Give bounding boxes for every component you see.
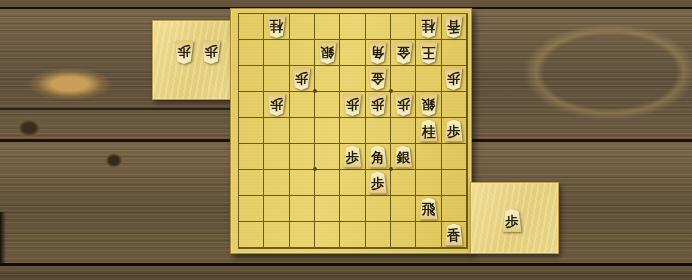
board-cell[interactable]: [315, 144, 340, 170]
board-cell[interactable]: [366, 222, 391, 248]
board-cell[interactable]: [239, 144, 264, 170]
shogi-piece[interactable]: 角: [368, 146, 387, 168]
board-cell[interactable]: [442, 144, 467, 170]
piece-body: 歩: [174, 41, 194, 64]
board-cell[interactable]: [442, 92, 467, 118]
board-cell[interactable]: [264, 66, 289, 92]
board-cell[interactable]: [366, 118, 391, 144]
shogi-piece[interactable]: 香: [444, 224, 463, 246]
board-cell[interactable]: [391, 66, 416, 92]
shogi-piece[interactable]: 銀: [318, 42, 337, 64]
piece-kanji: 歩: [396, 97, 410, 111]
board-cell[interactable]: 歩: [442, 66, 467, 92]
wood-knot: [104, 152, 124, 169]
piece-body: 歩: [201, 41, 221, 64]
board-cell[interactable]: [264, 144, 289, 170]
board-cell[interactable]: 銀: [315, 40, 340, 66]
board-cell[interactable]: 歩: [366, 170, 391, 196]
shogi-piece[interactable]: 歩: [444, 68, 463, 90]
board-cell[interactable]: 香: [442, 222, 467, 248]
board-cell[interactable]: [442, 196, 467, 222]
piece-kanji: 歩: [447, 71, 461, 85]
star-point: [313, 89, 317, 93]
shogi-piece[interactable]: 歩: [174, 41, 194, 64]
piece-body: 銀: [318, 42, 337, 64]
piece-kanji: 歩: [204, 45, 218, 59]
piece-body: 歩: [368, 172, 387, 194]
piece-body: 香: [444, 224, 463, 246]
shogi-piece[interactable]: 金: [368, 68, 387, 90]
board-cell[interactable]: [340, 40, 365, 66]
board-cell[interactable]: [290, 196, 315, 222]
board-cell[interactable]: [315, 66, 340, 92]
piece-kanji: 歩: [346, 97, 360, 111]
shogi-piece[interactable]: 香: [444, 16, 463, 38]
plank-seam: [0, 108, 230, 110]
piece-body: 歩: [444, 68, 463, 90]
board-cell[interactable]: [239, 14, 264, 40]
board-cell[interactable]: 桂: [416, 14, 441, 40]
piece-body: 歩: [368, 94, 387, 116]
star-point: [313, 167, 317, 171]
board-cell[interactable]: 歩: [290, 66, 315, 92]
board-cell[interactable]: [290, 118, 315, 144]
board-cell[interactable]: [290, 92, 315, 118]
board-cell[interactable]: 銀: [416, 92, 441, 118]
board-cell[interactable]: [391, 196, 416, 222]
board-cell[interactable]: 桂: [264, 14, 289, 40]
piece-kanji: 角: [371, 151, 385, 165]
shogi-piece[interactable]: 歩: [343, 94, 362, 116]
piece-kanji: 香: [447, 229, 461, 243]
board-cell[interactable]: [290, 170, 315, 196]
shogi-piece[interactable]: 歩: [444, 120, 463, 142]
shogi-piece[interactable]: 歩: [201, 41, 221, 64]
shogi-piece[interactable]: 飛: [419, 198, 438, 220]
piece-kanji: 桂: [422, 125, 436, 139]
piece-kanji: 歩: [447, 125, 461, 139]
shogi-piece[interactable]: 桂: [419, 120, 438, 142]
piece-kanji: 金: [396, 45, 410, 59]
shogi-piece[interactable]: 歩: [292, 68, 311, 90]
board-cell[interactable]: [416, 222, 441, 248]
board-cell[interactable]: [264, 170, 289, 196]
piece-kanji: 桂: [270, 19, 284, 33]
board-cell[interactable]: [290, 40, 315, 66]
board-cell[interactable]: [264, 118, 289, 144]
board-cell[interactable]: 歩: [391, 92, 416, 118]
piece-kanji: 飛: [422, 203, 436, 217]
piece-kanji: 歩: [371, 97, 385, 111]
piece-body: 桂: [419, 16, 438, 38]
board-cell[interactable]: [290, 222, 315, 248]
star-point: [389, 89, 393, 93]
piece-body: 香: [444, 16, 463, 38]
piece-body: 角: [368, 146, 387, 168]
piece-kanji: 歩: [177, 45, 191, 59]
board-cell[interactable]: [315, 14, 340, 40]
board-cell[interactable]: [340, 14, 365, 40]
plank-gap-shadow: [0, 212, 6, 263]
shogi-piece[interactable]: 銀: [394, 146, 413, 168]
board-cell[interactable]: 角: [366, 144, 391, 170]
shogi-piece[interactable]: 歩: [368, 94, 387, 116]
piece-body: 王: [419, 42, 438, 64]
board-cell[interactable]: [340, 196, 365, 222]
piece-kanji: 桂: [422, 19, 436, 33]
piece-body: 歩: [394, 94, 413, 116]
board-cell[interactable]: [391, 222, 416, 248]
gote-hand-pieces: 歩歩: [174, 41, 221, 64]
piece-kanji: 金: [371, 71, 385, 85]
board-cell[interactable]: [239, 118, 264, 144]
piece-kanji: 角: [371, 45, 385, 59]
piece-body: 桂: [267, 16, 286, 38]
board-grid: 桂桂香銀角金王歩金歩歩歩歩歩銀桂歩歩角銀歩飛香: [238, 13, 468, 249]
shogi-piece[interactable]: 桂: [267, 16, 286, 38]
shogi-board: 桂桂香銀角金王歩金歩歩歩歩歩銀桂歩歩角銀歩飛香: [230, 8, 472, 254]
board-cell[interactable]: 歩: [264, 92, 289, 118]
wood-grain-swirl: [520, 22, 692, 122]
piece-body: 歩: [343, 94, 362, 116]
piece-body: 歩: [292, 68, 311, 90]
shogi-piece[interactable]: 歩: [343, 146, 362, 168]
shogi-piece[interactable]: 銀: [419, 94, 438, 116]
piece-body: 銀: [394, 146, 413, 168]
board-cell[interactable]: [442, 170, 467, 196]
piece-kanji: 銀: [396, 151, 410, 165]
table-plank: [0, 263, 692, 280]
board-cell[interactable]: 金: [366, 66, 391, 92]
board-cell[interactable]: [340, 170, 365, 196]
board-cell[interactable]: [391, 118, 416, 144]
piece-body: 飛: [419, 198, 438, 220]
board-cell[interactable]: [239, 92, 264, 118]
board-cell[interactable]: 王: [416, 40, 441, 66]
board-cell[interactable]: [366, 14, 391, 40]
shogi-piece[interactable]: 桂: [419, 16, 438, 38]
piece-kanji: 銀: [422, 97, 436, 111]
board-cell[interactable]: [442, 40, 467, 66]
board-cell[interactable]: [239, 66, 264, 92]
sente-komadai: 歩: [470, 182, 559, 254]
board-cell[interactable]: [239, 40, 264, 66]
board-cell[interactable]: [290, 14, 315, 40]
piece-kanji: 香: [447, 19, 461, 33]
board-cell[interactable]: [340, 66, 365, 92]
piece-body: 歩: [444, 120, 463, 142]
piece-body: 金: [368, 68, 387, 90]
star-point: [389, 167, 393, 171]
gote-komadai: 歩歩: [152, 20, 234, 100]
board-cell[interactable]: [366, 196, 391, 222]
table-surface: { "game": "shogi", "position": { "sfen":…: [0, 0, 692, 280]
sente-hand-pieces: 歩: [502, 209, 522, 232]
board-cell[interactable]: [315, 196, 340, 222]
board-cell[interactable]: 歩: [366, 92, 391, 118]
board-cell[interactable]: [264, 40, 289, 66]
board-cell[interactable]: 歩: [340, 92, 365, 118]
piece-body: 角: [368, 42, 387, 64]
shogi-piece[interactable]: 王: [419, 42, 438, 64]
board-cell[interactable]: [416, 66, 441, 92]
piece-kanji: 王: [422, 45, 436, 59]
board-cell[interactable]: [239, 222, 264, 248]
board-cell[interactable]: 角: [366, 40, 391, 66]
shogi-piece[interactable]: 歩: [267, 94, 286, 116]
board-cell[interactable]: 香: [442, 14, 467, 40]
shogi-piece[interactable]: 歩: [368, 172, 387, 194]
board-cell[interactable]: 飛: [416, 196, 441, 222]
board-cell[interactable]: [391, 14, 416, 40]
piece-body: 歩: [502, 209, 522, 232]
piece-kanji: 歩: [346, 151, 360, 165]
board-cell[interactable]: [340, 118, 365, 144]
shogi-piece[interactable]: 角: [368, 42, 387, 64]
piece-kanji: 歩: [505, 215, 519, 229]
piece-body: 歩: [343, 146, 362, 168]
board-cell[interactable]: [315, 222, 340, 248]
piece-kanji: 歩: [295, 71, 309, 85]
piece-body: 金: [394, 42, 413, 64]
piece-kanji: 銀: [320, 45, 334, 59]
board-cell[interactable]: 銀: [391, 144, 416, 170]
board-cell[interactable]: 歩: [340, 144, 365, 170]
piece-body: 歩: [267, 94, 286, 116]
shogi-piece[interactable]: 金: [394, 42, 413, 64]
board-cell[interactable]: [315, 92, 340, 118]
board-cell[interactable]: [416, 144, 441, 170]
shogi-piece[interactable]: 歩: [502, 209, 522, 232]
board-cell[interactable]: [340, 222, 365, 248]
board-cell[interactable]: [416, 170, 441, 196]
board-cell[interactable]: [391, 170, 416, 196]
wood-knot: [16, 118, 42, 138]
board-cell[interactable]: [264, 196, 289, 222]
board-cell[interactable]: [239, 196, 264, 222]
board-cell[interactable]: [239, 170, 264, 196]
piece-body: 桂: [419, 120, 438, 142]
piece-body: 銀: [419, 94, 438, 116]
board-cell[interactable]: 歩: [442, 118, 467, 144]
board-cell[interactable]: [264, 222, 289, 248]
piece-kanji: 歩: [270, 97, 284, 111]
piece-kanji: 歩: [371, 177, 385, 191]
wood-knot: [28, 68, 112, 100]
board-cell[interactable]: 金: [391, 40, 416, 66]
shogi-piece[interactable]: 歩: [394, 94, 413, 116]
board-cell[interactable]: [290, 144, 315, 170]
board-cell[interactable]: [315, 170, 340, 196]
board-cell[interactable]: [315, 118, 340, 144]
board-cell[interactable]: 桂: [416, 118, 441, 144]
